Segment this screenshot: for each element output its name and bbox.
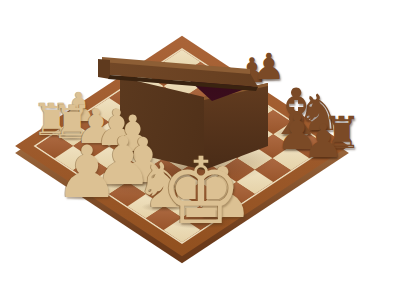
chess-set-scene: ♜♜♟♟♟♟♟♟♟♞♚♟♟♟♝♞♜♟♟ <box>0 0 400 300</box>
piece-black-pawn[interactable]: ♟ <box>300 118 346 164</box>
piece-white-pawn[interactable]: ♟ <box>51 136 123 208</box>
piece-white-king[interactable]: ♚ <box>155 146 247 238</box>
